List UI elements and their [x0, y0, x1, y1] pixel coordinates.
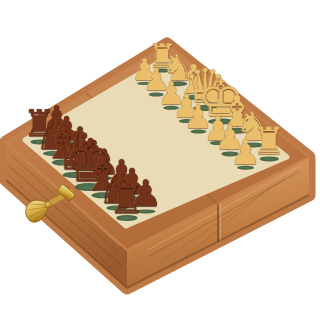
product-photo-scene: ♜♟♞♟♝♟♛♟♚♝♟♟♜♟♟♞♟♞♟♜♝♟♟♛♟♚♟♝♟♞♟♜	[0, 0, 320, 320]
chess-box	[0, 0, 320, 320]
